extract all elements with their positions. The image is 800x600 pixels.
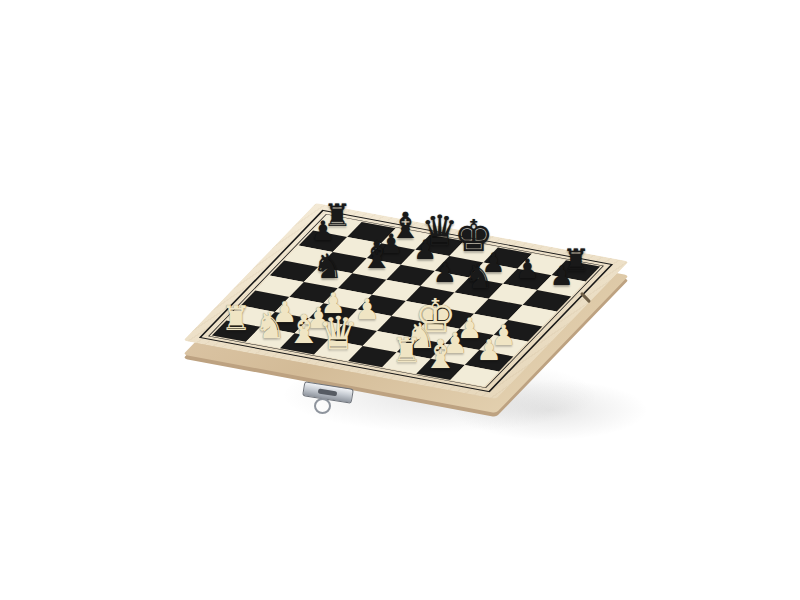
product-photo: ♜♝♛♚♜♟♟♟♟♟♟♝♟♞♞♜♞♝♛♜♝♟♟♞♟♟♟♟♚♟♟ <box>0 0 800 600</box>
clasp-ring <box>314 398 331 414</box>
clasp-slot <box>318 388 338 396</box>
metal-clasp <box>301 381 361 421</box>
